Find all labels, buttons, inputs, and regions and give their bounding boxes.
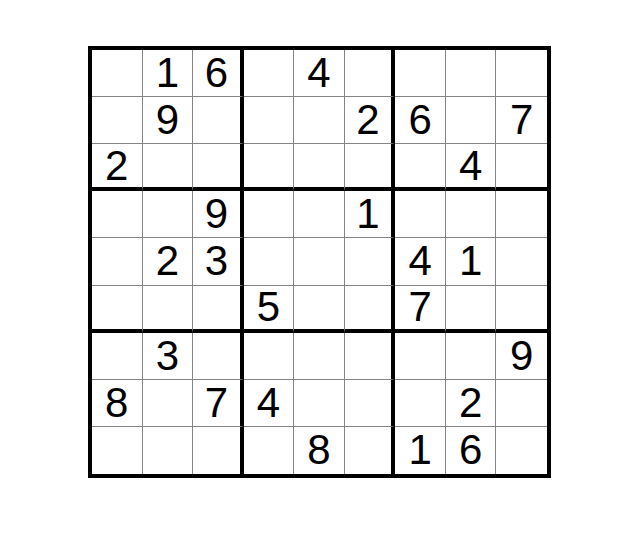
cell-r2c4[interactable] xyxy=(244,97,295,144)
given-digit: 4 xyxy=(257,382,280,424)
cell-r1c4[interactable] xyxy=(244,50,295,97)
cell-r1c2[interactable]: 1 xyxy=(143,50,194,97)
cell-r4c4[interactable] xyxy=(244,191,295,238)
given-digit: 4 xyxy=(459,145,482,187)
cell-r4c6[interactable]: 1 xyxy=(345,191,396,238)
cell-r8c3[interactable]: 7 xyxy=(193,380,244,427)
cell-r1c7[interactable] xyxy=(395,50,446,97)
cell-r2c9[interactable]: 7 xyxy=(496,97,547,144)
cell-r6c4[interactable]: 5 xyxy=(244,286,295,333)
cell-r9c8[interactable]: 6 xyxy=(446,427,497,474)
cell-r3c3[interactable] xyxy=(193,144,244,191)
cell-r1c1[interactable] xyxy=(92,50,143,97)
cell-r3c2[interactable] xyxy=(143,144,194,191)
cell-r1c6[interactable] xyxy=(345,50,396,97)
cell-r6c7[interactable]: 7 xyxy=(395,286,446,333)
cell-r7c4[interactable] xyxy=(244,333,295,380)
cell-r2c1[interactable] xyxy=(92,97,143,144)
cell-r3c8[interactable]: 4 xyxy=(446,144,497,191)
cell-r8c8[interactable]: 2 xyxy=(446,380,497,427)
cell-r8c7[interactable] xyxy=(395,380,446,427)
cell-r8c4[interactable]: 4 xyxy=(244,380,295,427)
cell-r5c3[interactable]: 3 xyxy=(193,238,244,285)
cell-r1c5[interactable]: 4 xyxy=(294,50,345,97)
given-digit: 7 xyxy=(408,286,431,328)
cell-r5c6[interactable] xyxy=(345,238,396,285)
cell-r6c6[interactable] xyxy=(345,286,396,333)
cell-r3c9[interactable] xyxy=(496,144,547,191)
cell-r4c5[interactable] xyxy=(294,191,345,238)
cell-r8c6[interactable] xyxy=(345,380,396,427)
cell-r6c8[interactable] xyxy=(446,286,497,333)
given-digit: 6 xyxy=(408,99,431,141)
given-digit: 8 xyxy=(307,429,330,471)
given-digit: 8 xyxy=(105,382,128,424)
cell-r2c5[interactable] xyxy=(294,97,345,144)
given-digit: 3 xyxy=(156,335,179,377)
given-digit: 1 xyxy=(459,240,482,282)
page-background: 16492672491234157398742816 xyxy=(0,0,640,540)
given-digit: 5 xyxy=(257,286,280,328)
cell-r7c5[interactable] xyxy=(294,333,345,380)
cell-r7c6[interactable] xyxy=(345,333,396,380)
cell-r9c2[interactable] xyxy=(143,427,194,474)
cell-r2c6[interactable]: 2 xyxy=(345,97,396,144)
cell-r3c5[interactable] xyxy=(294,144,345,191)
given-digit: 4 xyxy=(307,52,330,94)
cell-r5c9[interactable] xyxy=(496,238,547,285)
cell-r3c7[interactable] xyxy=(395,144,446,191)
cell-r4c9[interactable] xyxy=(496,191,547,238)
given-digit: 2 xyxy=(356,99,379,141)
cell-r6c9[interactable] xyxy=(496,286,547,333)
given-digit: 1 xyxy=(356,193,379,235)
cell-r1c8[interactable] xyxy=(446,50,497,97)
given-digit: 4 xyxy=(408,240,431,282)
cell-r6c3[interactable] xyxy=(193,286,244,333)
cell-r4c1[interactable] xyxy=(92,191,143,238)
cell-r6c2[interactable] xyxy=(143,286,194,333)
cell-r9c7[interactable]: 1 xyxy=(395,427,446,474)
cell-r4c2[interactable] xyxy=(143,191,194,238)
cell-r3c4[interactable] xyxy=(244,144,295,191)
cell-r4c8[interactable] xyxy=(446,191,497,238)
given-digit: 9 xyxy=(156,99,179,141)
cell-r1c9[interactable] xyxy=(496,50,547,97)
cell-r8c5[interactable] xyxy=(294,380,345,427)
cell-r2c7[interactable]: 6 xyxy=(395,97,446,144)
cell-r1c3[interactable]: 6 xyxy=(193,50,244,97)
sudoku-board: 16492672491234157398742816 xyxy=(88,46,551,478)
cell-r8c9[interactable] xyxy=(496,380,547,427)
cell-r5c2[interactable]: 2 xyxy=(143,238,194,285)
given-digit: 2 xyxy=(459,382,482,424)
cell-r3c6[interactable] xyxy=(345,144,396,191)
given-digit: 1 xyxy=(408,429,431,471)
cell-r4c7[interactable] xyxy=(395,191,446,238)
cell-r5c5[interactable] xyxy=(294,238,345,285)
cell-r8c2[interactable] xyxy=(143,380,194,427)
cell-r5c1[interactable] xyxy=(92,238,143,285)
cell-r6c1[interactable] xyxy=(92,286,143,333)
cell-r8c1[interactable]: 8 xyxy=(92,380,143,427)
given-digit: 9 xyxy=(205,193,228,235)
cell-r9c5[interactable]: 8 xyxy=(294,427,345,474)
cell-r7c8[interactable] xyxy=(446,333,497,380)
cell-r3c1[interactable]: 2 xyxy=(92,144,143,191)
cell-r4c3[interactable]: 9 xyxy=(193,191,244,238)
cell-r2c2[interactable]: 9 xyxy=(143,97,194,144)
cell-r9c4[interactable] xyxy=(244,427,295,474)
cell-r7c1[interactable] xyxy=(92,333,143,380)
given-digit: 6 xyxy=(459,429,482,471)
given-digit: 9 xyxy=(510,335,533,377)
cell-r9c6[interactable] xyxy=(345,427,396,474)
cell-r5c7[interactable]: 4 xyxy=(395,238,446,285)
cell-r6c5[interactable] xyxy=(294,286,345,333)
given-digit: 2 xyxy=(105,145,128,187)
given-digit: 3 xyxy=(205,240,228,282)
cell-r5c8[interactable]: 1 xyxy=(446,238,497,285)
cell-r2c3[interactable] xyxy=(193,97,244,144)
cell-r7c7[interactable] xyxy=(395,333,446,380)
given-digit: 7 xyxy=(205,382,228,424)
cell-r7c3[interactable] xyxy=(193,333,244,380)
cell-r9c1[interactable] xyxy=(92,427,143,474)
cell-r5c4[interactable] xyxy=(244,238,295,285)
cell-r9c3[interactable] xyxy=(193,427,244,474)
cell-r2c8[interactable] xyxy=(446,97,497,144)
cell-r7c2[interactable]: 3 xyxy=(143,333,194,380)
cell-r9c9[interactable] xyxy=(496,427,547,474)
given-digit: 7 xyxy=(510,99,533,141)
cell-r7c9[interactable]: 9 xyxy=(496,333,547,380)
given-digit: 2 xyxy=(156,240,179,282)
given-digit: 1 xyxy=(156,52,179,94)
given-digit: 6 xyxy=(205,52,228,94)
